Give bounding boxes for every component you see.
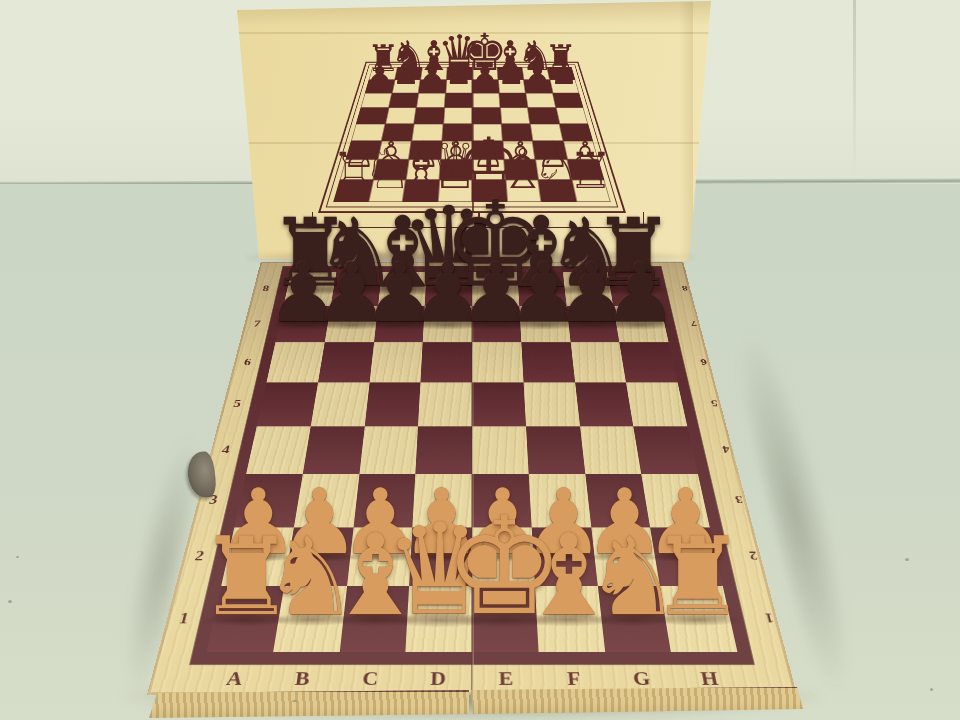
floor-speck xyxy=(16,556,19,558)
piece-black-pawn-h7: ♟ xyxy=(604,252,678,334)
floor-speck xyxy=(905,558,909,561)
piece-white-rook-h1: ♜ xyxy=(649,523,746,631)
floor-speck xyxy=(292,700,297,702)
floor-speck xyxy=(930,688,933,691)
pieces-layer: ♜♞♝♛♚♝♞♜♟♟♟♟♟♟♟♟♟♟♟♟♟♟♟♟♜♞♝♛♚♝♞♜ xyxy=(0,0,960,720)
photo-scene: ♜♞♝♛♚♝♞♜♟♟♟♟♟♟♟♟♙♙♙♙♙♙♙♙♖♘♗♕♔♗♘♖ AABBCCD… xyxy=(0,0,960,720)
floor-speck xyxy=(8,600,12,603)
